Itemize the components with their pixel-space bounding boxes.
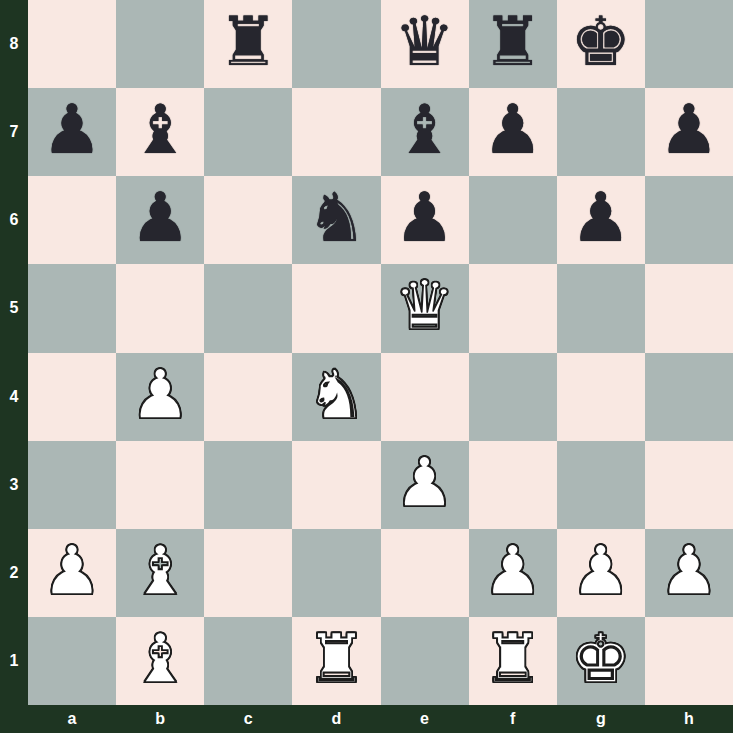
square-h4[interactable] — [645, 353, 733, 441]
square-g6[interactable]: ♟ — [557, 176, 645, 264]
rank-label-3: 3 — [0, 441, 28, 529]
square-f5[interactable] — [469, 264, 557, 352]
square-b2[interactable]: ♝ — [116, 529, 204, 617]
square-d2[interactable] — [292, 529, 380, 617]
piece-white-pawn-a2[interactable]: ♟ — [42, 537, 103, 605]
square-e6[interactable]: ♟ — [381, 176, 469, 264]
square-c6[interactable] — [204, 176, 292, 264]
rank-label-2: 2 — [0, 529, 28, 617]
square-e7[interactable]: ♝ — [381, 88, 469, 176]
square-d5[interactable] — [292, 264, 380, 352]
square-b5[interactable] — [116, 264, 204, 352]
square-c3[interactable] — [204, 441, 292, 529]
piece-black-knight-d6[interactable]: ♞ — [306, 184, 367, 252]
square-c7[interactable] — [204, 88, 292, 176]
square-d8[interactable] — [292, 0, 380, 88]
piece-white-pawn-h2[interactable]: ♟ — [658, 537, 719, 605]
square-g2[interactable]: ♟ — [557, 529, 645, 617]
square-b1[interactable]: ♝ — [116, 617, 204, 705]
piece-black-pawn-g6[interactable]: ♟ — [570, 184, 631, 252]
square-c8[interactable]: ♜ — [204, 0, 292, 88]
square-b6[interactable]: ♟ — [116, 176, 204, 264]
square-h2[interactable]: ♟ — [645, 529, 733, 617]
piece-black-pawn-a7[interactable]: ♟ — [42, 96, 103, 164]
piece-black-pawn-f7[interactable]: ♟ — [482, 96, 543, 164]
file-label-f: f — [469, 705, 557, 733]
square-f6[interactable] — [469, 176, 557, 264]
piece-white-queen-e5[interactable]: ♛ — [394, 272, 455, 340]
piece-white-knight-d4[interactable]: ♞ — [306, 361, 367, 429]
piece-white-pawn-g2[interactable]: ♟ — [570, 537, 631, 605]
square-g7[interactable] — [557, 88, 645, 176]
piece-white-pawn-b4[interactable]: ♟ — [130, 361, 191, 429]
square-e1[interactable] — [381, 617, 469, 705]
square-h1[interactable] — [645, 617, 733, 705]
rank-label-8: 8 — [0, 0, 28, 88]
square-g4[interactable] — [557, 353, 645, 441]
rank-label-6: 6 — [0, 176, 28, 264]
square-f2[interactable]: ♟ — [469, 529, 557, 617]
file-label-h: h — [645, 705, 733, 733]
square-a4[interactable] — [28, 353, 116, 441]
square-f7[interactable]: ♟ — [469, 88, 557, 176]
square-c5[interactable] — [204, 264, 292, 352]
piece-black-rook-c8[interactable]: ♜ — [218, 8, 279, 76]
rank-label-7: 7 — [0, 88, 28, 176]
square-b4[interactable]: ♟ — [116, 353, 204, 441]
square-a5[interactable] — [28, 264, 116, 352]
square-f4[interactable] — [469, 353, 557, 441]
square-h7[interactable]: ♟ — [645, 88, 733, 176]
square-h3[interactable] — [645, 441, 733, 529]
square-g8[interactable]: ♚ — [557, 0, 645, 88]
square-f1[interactable]: ♜ — [469, 617, 557, 705]
piece-black-pawn-b6[interactable]: ♟ — [130, 184, 191, 252]
square-b8[interactable] — [116, 0, 204, 88]
piece-white-rook-f1[interactable]: ♜ — [482, 625, 543, 693]
rank-label-1: 1 — [0, 617, 28, 705]
piece-black-rook-f8[interactable]: ♜ — [482, 8, 543, 76]
square-c2[interactable] — [204, 529, 292, 617]
square-e4[interactable] — [381, 353, 469, 441]
square-h5[interactable] — [645, 264, 733, 352]
square-f3[interactable] — [469, 441, 557, 529]
square-b7[interactable]: ♝ — [116, 88, 204, 176]
square-h8[interactable] — [645, 0, 733, 88]
piece-white-bishop-b1[interactable]: ♝ — [130, 625, 191, 693]
square-h6[interactable] — [645, 176, 733, 264]
piece-black-bishop-e7[interactable]: ♝ — [394, 96, 455, 164]
rank-label-5: 5 — [0, 264, 28, 352]
square-e2[interactable] — [381, 529, 469, 617]
piece-white-bishop-b2[interactable]: ♝ — [130, 537, 191, 605]
square-f8[interactable]: ♜ — [469, 0, 557, 88]
square-c1[interactable] — [204, 617, 292, 705]
square-g3[interactable] — [557, 441, 645, 529]
square-d1[interactable]: ♜ — [292, 617, 380, 705]
piece-black-bishop-b7[interactable]: ♝ — [130, 96, 191, 164]
chess-board: ♜♛♜♚♟♝♝♟♟♟♞♟♟♛♟♞♟♟♝♟♟♟♝♜♜♚ — [28, 0, 733, 705]
rank-label-4: 4 — [0, 353, 28, 441]
square-e8[interactable]: ♛ — [381, 0, 469, 88]
file-labels: abcdefgh — [28, 705, 733, 733]
square-a2[interactable]: ♟ — [28, 529, 116, 617]
square-d7[interactable] — [292, 88, 380, 176]
file-label-b: b — [116, 705, 204, 733]
square-d4[interactable]: ♞ — [292, 353, 380, 441]
file-label-a: a — [28, 705, 116, 733]
file-label-d: d — [292, 705, 380, 733]
file-label-c: c — [204, 705, 292, 733]
square-b3[interactable] — [116, 441, 204, 529]
square-e3[interactable]: ♟ — [381, 441, 469, 529]
square-g1[interactable]: ♚ — [557, 617, 645, 705]
square-a6[interactable] — [28, 176, 116, 264]
piece-white-pawn-f2[interactable]: ♟ — [482, 537, 543, 605]
square-d3[interactable] — [292, 441, 380, 529]
piece-white-rook-d1[interactable]: ♜ — [306, 625, 367, 693]
piece-black-pawn-e6[interactable]: ♟ — [394, 184, 455, 252]
square-d6[interactable]: ♞ — [292, 176, 380, 264]
file-label-e: e — [381, 705, 469, 733]
square-e5[interactable]: ♛ — [381, 264, 469, 352]
piece-white-pawn-e3[interactable]: ♟ — [394, 449, 455, 517]
square-g5[interactable] — [557, 264, 645, 352]
file-label-g: g — [557, 705, 645, 733]
square-a8[interactable] — [28, 0, 116, 88]
square-a1[interactable] — [28, 617, 116, 705]
piece-black-pawn-h7[interactable]: ♟ — [658, 96, 719, 164]
square-a3[interactable] — [28, 441, 116, 529]
piece-black-king-g8[interactable]: ♚ — [570, 8, 631, 76]
rank-labels: 87654321 — [0, 0, 28, 705]
square-c4[interactable] — [204, 353, 292, 441]
square-a7[interactable]: ♟ — [28, 88, 116, 176]
piece-white-king-g1[interactable]: ♚ — [570, 625, 631, 693]
piece-black-queen-e8[interactable]: ♛ — [394, 8, 455, 76]
chess-diagram: 87654321 ♜♛♜♚♟♝♝♟♟♟♞♟♟♛♟♞♟♟♝♟♟♟♝♜♜♚ abcd… — [0, 0, 733, 733]
